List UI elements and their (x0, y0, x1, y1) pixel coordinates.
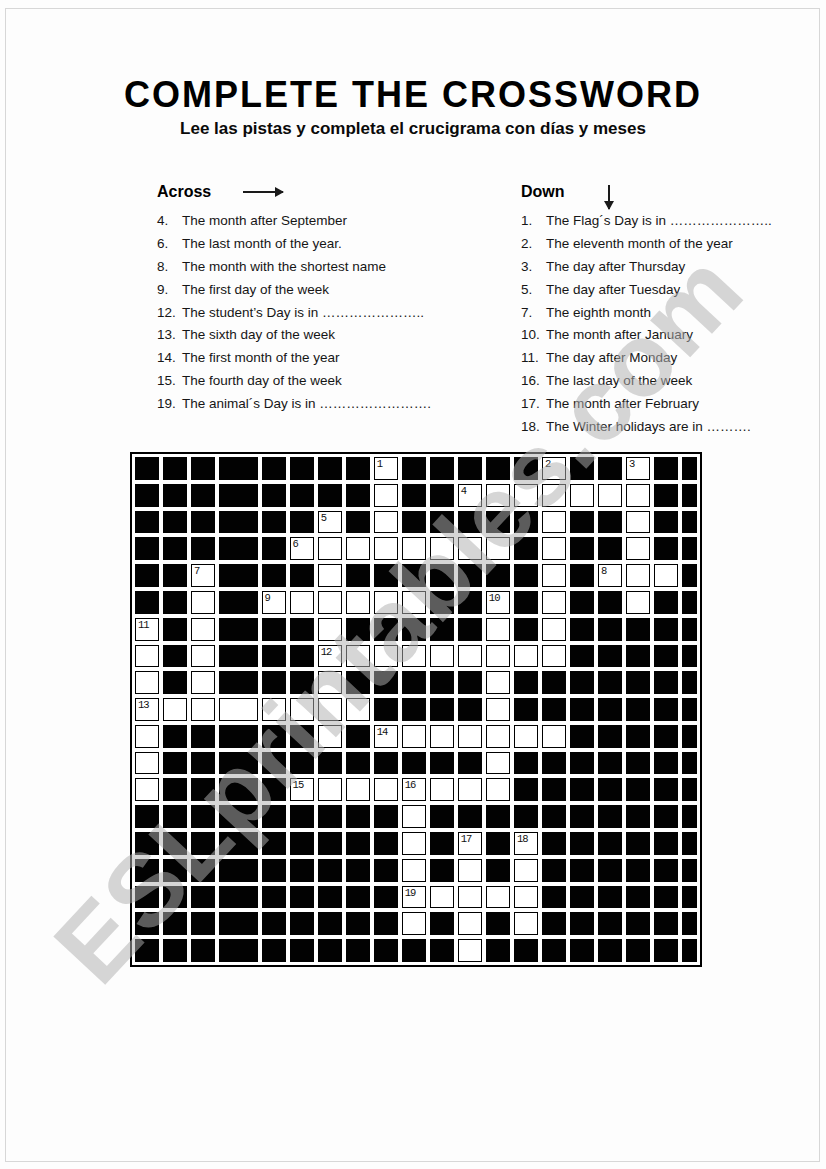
block-cell (682, 698, 697, 721)
block-cell (654, 805, 678, 828)
block-cell (430, 698, 454, 721)
block-cell (346, 484, 370, 507)
across-clue-item: 9.The first day of the week (157, 278, 487, 301)
block-cell (290, 671, 314, 694)
down-clue-item: 18.The Winter holidays are in ………. (521, 415, 816, 438)
block-cell (402, 484, 426, 507)
block-cell (135, 805, 159, 828)
clue-text: The month with the shortest name (182, 259, 386, 274)
block-cell (682, 511, 697, 534)
block-cell (262, 805, 286, 828)
cell-r6-c15[interactable] (542, 591, 566, 614)
cell-r8-c14[interactable] (514, 645, 538, 668)
block-cell (135, 484, 159, 507)
block-cell (374, 752, 398, 775)
block-cell (135, 537, 159, 560)
across-heading-row: Across (157, 181, 487, 203)
block-cell (514, 618, 538, 641)
clue-number: 17. (521, 396, 546, 411)
cell-r16-c12[interactable] (458, 859, 482, 882)
cell-r4-c11[interactable] (430, 537, 454, 560)
cell-r17-c10[interactable]: 19 (402, 886, 426, 909)
block-cell (626, 618, 650, 641)
clue-text: The day after Thursday (546, 259, 685, 274)
down-clue-item: 1.The Flag´s Day is in ………………….. (521, 209, 816, 232)
cell-r6-c9[interactable] (374, 591, 398, 614)
block-cell (163, 618, 187, 641)
block-cell (654, 511, 678, 534)
cell-r11-c11[interactable] (430, 725, 454, 748)
block-cell (570, 778, 594, 801)
block-cell (486, 805, 510, 828)
block-cell (598, 591, 622, 614)
block-cell (598, 725, 622, 748)
block-cell (430, 564, 454, 587)
block-cell (598, 912, 622, 935)
cell-r8-c8[interactable] (346, 645, 370, 668)
cell-r10-c7[interactable] (318, 698, 342, 721)
cell-number: 15 (293, 779, 304, 791)
clue-text: The month after September (182, 213, 347, 228)
cell-r3-c15[interactable] (542, 511, 566, 534)
block-cell (290, 805, 314, 828)
clue-number: 18. (521, 419, 546, 434)
down-clue-item: 2.The eleventh month of the year (521, 232, 816, 255)
cell-number: 8 (601, 565, 606, 577)
cell-number: 10 (489, 592, 500, 604)
block-cell (163, 859, 187, 882)
cell-r18-c14[interactable] (514, 912, 538, 935)
block-cell (191, 912, 215, 935)
cell-r11-c14[interactable] (514, 725, 538, 748)
cell-r2-c12[interactable]: 4 (458, 484, 482, 507)
across-clue-item: 12.The student’s Day is in ………………….. (157, 301, 487, 324)
block-cell (458, 564, 482, 587)
cell-r5-c3[interactable]: 7 (191, 564, 215, 587)
block-cell (514, 671, 538, 694)
block-cell (486, 457, 510, 480)
cell-r11-c12[interactable] (458, 725, 482, 748)
block-cell (682, 725, 697, 748)
cell-r10-c2[interactable] (163, 698, 187, 721)
clue-text: The sixth day of the week (182, 327, 335, 342)
block-cell (430, 484, 454, 507)
cell-r5-c19[interactable] (654, 564, 678, 587)
block-cell (290, 886, 314, 909)
block-cell (262, 511, 286, 534)
cell-r19-c12[interactable] (458, 939, 482, 962)
block-cell (514, 564, 538, 587)
block-cell (542, 886, 566, 909)
block-cell (598, 671, 622, 694)
cell-r2-c14[interactable] (514, 484, 538, 507)
block-cell (570, 752, 594, 775)
block-cell (318, 939, 342, 962)
block-cell (430, 912, 454, 935)
block-cell (542, 671, 566, 694)
block-cell (654, 859, 678, 882)
cell-r1-c18[interactable]: 3 (626, 457, 650, 480)
block-cell (318, 859, 342, 882)
block-cell (570, 725, 594, 748)
cell-r4-c12[interactable] (458, 537, 482, 560)
block-cell (163, 752, 187, 775)
block-cell (626, 698, 650, 721)
block-cell (163, 939, 187, 962)
block-cell (290, 484, 314, 507)
cell-r13-c12[interactable] (458, 778, 482, 801)
block-cell (570, 645, 594, 668)
clue-number: 12. (157, 305, 182, 320)
cell-r2-c13[interactable] (486, 484, 510, 507)
cell-r15-c10[interactable] (402, 832, 426, 855)
block-cell (598, 618, 622, 641)
cell-r10-c4[interactable] (219, 698, 257, 721)
clue-text: The last month of the year. (182, 236, 342, 251)
block-cell (626, 671, 650, 694)
block-cell (598, 752, 622, 775)
cell-r13-c6[interactable]: 15 (290, 778, 314, 801)
clue-text: The month after January (546, 327, 693, 342)
cell-r4-c18[interactable] (626, 537, 650, 560)
clue-text: The fourth day of the week (182, 373, 342, 388)
block-cell (598, 832, 622, 855)
cell-r2-c15[interactable] (542, 484, 566, 507)
cell-r1-c15[interactable]: 2 (542, 457, 566, 480)
block-cell (654, 537, 678, 560)
crossword-grid-frame: 12345678910111213141516171819 (130, 452, 702, 967)
cell-r18-c12[interactable] (458, 912, 482, 935)
block-cell (598, 886, 622, 909)
block-cell (430, 859, 454, 882)
block-cell (219, 912, 257, 935)
down-clue-item: 10.The month after January (521, 323, 816, 346)
cell-r10-c6[interactable] (290, 698, 314, 721)
cell-r17-c14[interactable] (514, 886, 538, 909)
clue-number: 10. (521, 327, 546, 342)
block-cell (430, 591, 454, 614)
clue-text: The last day of the week (546, 373, 692, 388)
cell-r7-c1[interactable]: 11 (135, 618, 159, 641)
block-cell (163, 564, 187, 587)
cell-number: 16 (405, 779, 416, 791)
clue-number: 19. (157, 396, 182, 411)
block-cell (402, 457, 426, 480)
block-cell (486, 832, 510, 855)
cell-r12-c13[interactable] (486, 752, 510, 775)
block-cell (135, 939, 159, 962)
clue-text: The eleventh month of the year (546, 236, 733, 251)
cell-r13-c7[interactable] (318, 778, 342, 801)
block-cell (374, 671, 398, 694)
block-cell (430, 832, 454, 855)
cell-r11-c10[interactable] (402, 725, 426, 748)
block-cell (458, 511, 482, 534)
block-cell (626, 725, 650, 748)
block-cell (346, 618, 370, 641)
cell-r15-c14[interactable]: 18 (514, 832, 538, 855)
cell-r8-c7[interactable]: 12 (318, 645, 342, 668)
block-cell (542, 805, 566, 828)
block-cell (570, 939, 594, 962)
cell-r8-c9[interactable] (374, 645, 398, 668)
clue-number: 7. (521, 305, 546, 320)
cell-r4-c6[interactable]: 6 (290, 537, 314, 560)
cell-r16-c14[interactable] (514, 859, 538, 882)
cell-r5-c15[interactable] (542, 564, 566, 587)
cell-r1-c9[interactable]: 1 (374, 457, 398, 480)
block-cell (219, 457, 257, 480)
cell-r6-c5[interactable]: 9 (262, 591, 286, 614)
block-cell (290, 618, 314, 641)
block-cell (262, 859, 286, 882)
cell-r8-c15[interactable] (542, 645, 566, 668)
block-cell (163, 886, 187, 909)
cell-r17-c12[interactable] (458, 886, 482, 909)
cell-r8-c1[interactable] (135, 645, 159, 668)
cell-r15-c12[interactable]: 17 (458, 832, 482, 855)
cell-r6-c8[interactable] (346, 591, 370, 614)
cell-r4-c7[interactable] (318, 537, 342, 560)
cell-r2-c16[interactable] (570, 484, 594, 507)
cell-r6-c13[interactable]: 10 (486, 591, 510, 614)
block-cell (346, 912, 370, 935)
cell-r13-c13[interactable] (486, 778, 510, 801)
cell-number: 2 (545, 458, 550, 470)
cell-r10-c3[interactable] (191, 698, 215, 721)
block-cell (135, 591, 159, 614)
block-cell (626, 752, 650, 775)
block-cell (486, 912, 510, 935)
cell-r8-c11[interactable] (430, 645, 454, 668)
cell-r17-c11[interactable] (430, 886, 454, 909)
cell-number: 12 (321, 646, 332, 658)
block-cell (626, 832, 650, 855)
cell-r6-c6[interactable] (290, 591, 314, 614)
cell-r11-c15[interactable] (542, 725, 566, 748)
cell-r13-c1[interactable] (135, 778, 159, 801)
block-cell (163, 805, 187, 828)
cell-r4-c15[interactable] (542, 537, 566, 560)
cell-r10-c1[interactable]: 13 (135, 698, 159, 721)
down-clue-list: 1.The Flag´s Day is in …………………..2.The el… (521, 209, 816, 438)
block-cell (598, 537, 622, 560)
block-cell (163, 537, 187, 560)
block-cell (374, 912, 398, 935)
cell-r8-c10[interactable] (402, 645, 426, 668)
cell-r10-c8[interactable] (346, 698, 370, 721)
block-cell (262, 618, 286, 641)
across-clue-item: 15.The fourth day of the week (157, 369, 487, 392)
clue-number: 6. (157, 236, 182, 251)
block-cell (163, 912, 187, 935)
block-cell (374, 805, 398, 828)
block-cell (458, 805, 482, 828)
block-cell (598, 698, 622, 721)
block-cell (262, 671, 286, 694)
cell-r9-c13[interactable] (486, 671, 510, 694)
cell-r7-c15[interactable] (542, 618, 566, 641)
block-cell (682, 537, 697, 560)
cell-r3-c7[interactable]: 5 (318, 511, 342, 534)
cell-r11-c13[interactable] (486, 725, 510, 748)
cell-r5-c18[interactable] (626, 564, 650, 587)
cell-r9-c7[interactable] (318, 671, 342, 694)
cell-r4-c8[interactable] (346, 537, 370, 560)
block-cell (262, 832, 286, 855)
cell-r4-c10[interactable] (402, 537, 426, 560)
cell-r4-c9[interactable] (374, 537, 398, 560)
cell-number: 17 (461, 833, 472, 845)
block-cell (542, 778, 566, 801)
clue-number: 11. (521, 350, 546, 365)
cell-r2-c17[interactable] (598, 484, 622, 507)
cell-r5-c7[interactable] (318, 564, 342, 587)
cell-number: 19 (405, 887, 416, 899)
block-cell (219, 671, 257, 694)
block-cell (163, 645, 187, 668)
block-cell (346, 805, 370, 828)
cell-r10-c13[interactable] (486, 698, 510, 721)
cell-r6-c3[interactable] (191, 591, 215, 614)
block-cell (654, 778, 678, 801)
cell-r11-c7[interactable] (318, 725, 342, 748)
block-cell (262, 564, 286, 587)
block-cell (402, 511, 426, 534)
block-cell (402, 939, 426, 962)
clue-number: 14. (157, 350, 182, 365)
cell-r11-c9[interactable]: 14 (374, 725, 398, 748)
cell-r18-c10[interactable] (402, 912, 426, 935)
block-cell (163, 457, 187, 480)
clue-number: 15. (157, 373, 182, 388)
block-cell (219, 725, 257, 748)
cell-r9-c3[interactable] (191, 671, 215, 694)
block-cell (318, 457, 342, 480)
block-cell (626, 886, 650, 909)
clue-number: 2. (521, 236, 546, 251)
cell-r3-c9[interactable] (374, 511, 398, 534)
cell-r13-c9[interactable] (374, 778, 398, 801)
cell-r8-c13[interactable] (486, 645, 510, 668)
block-cell (219, 939, 257, 962)
block-cell (598, 511, 622, 534)
clue-text: The Flag´s Day is in ………………….. (546, 213, 772, 228)
block-cell (514, 511, 538, 534)
block-cell (486, 564, 510, 587)
cell-r10-c5[interactable] (262, 698, 286, 721)
block-cell (191, 484, 215, 507)
cell-r6-c18[interactable] (626, 591, 650, 614)
down-clue-item: 7.The eighth month (521, 301, 816, 324)
worksheet-page: COMPLETE THE CROSSWORD Lee las pistas y … (0, 0, 826, 1169)
block-cell (654, 912, 678, 935)
cell-r6-c7[interactable] (318, 591, 342, 614)
cell-r13-c8[interactable] (346, 778, 370, 801)
block-cell (163, 778, 187, 801)
cell-r3-c18[interactable] (626, 511, 650, 534)
block-cell (262, 645, 286, 668)
block-cell (290, 564, 314, 587)
block-cell (570, 671, 594, 694)
block-cell (163, 591, 187, 614)
block-cell (191, 805, 215, 828)
cell-r4-c13[interactable] (486, 537, 510, 560)
block-cell (682, 591, 697, 614)
cell-number: 14 (377, 726, 388, 738)
cell-r13-c11[interactable] (430, 778, 454, 801)
block-cell (514, 778, 538, 801)
cell-r5-c17[interactable]: 8 (598, 564, 622, 587)
block-cell (514, 591, 538, 614)
block-cell (542, 698, 566, 721)
across-clue-item: 4.The month after September (157, 209, 487, 232)
cell-r8-c3[interactable] (191, 645, 215, 668)
cell-number: 1 (377, 458, 382, 470)
block-cell (163, 484, 187, 507)
block-cell (346, 832, 370, 855)
block-cell (402, 564, 426, 587)
block-cell (570, 591, 594, 614)
block-cell (346, 564, 370, 587)
cell-r14-c10[interactable] (402, 805, 426, 828)
cell-r13-c10[interactable]: 16 (402, 778, 426, 801)
cell-r6-c10[interactable] (402, 591, 426, 614)
block-cell (682, 457, 697, 480)
block-cell (135, 912, 159, 935)
block-cell (374, 886, 398, 909)
block-cell (191, 778, 215, 801)
cell-r9-c1[interactable] (135, 671, 159, 694)
block-cell (191, 886, 215, 909)
cell-number: 11 (138, 619, 149, 631)
block-cell (290, 511, 314, 534)
block-cell (163, 671, 187, 694)
cell-r2-c9[interactable] (374, 484, 398, 507)
block-cell (430, 618, 454, 641)
cell-r2-c18[interactable] (626, 484, 650, 507)
cell-r7-c3[interactable] (191, 618, 215, 641)
block-cell (191, 939, 215, 962)
block-cell (219, 564, 257, 587)
block-cell (570, 698, 594, 721)
down-clue-item: 3.The day after Thursday (521, 255, 816, 278)
block-cell (570, 511, 594, 534)
cell-r11-c1[interactable] (135, 725, 159, 748)
block-cell (514, 698, 538, 721)
cell-number: 7 (194, 565, 199, 577)
block-cell (430, 671, 454, 694)
clue-number: 1. (521, 213, 546, 228)
block-cell (430, 457, 454, 480)
cell-number: 18 (517, 833, 528, 845)
cell-r8-c12[interactable] (458, 645, 482, 668)
cell-r7-c13[interactable] (486, 618, 510, 641)
right-arrow-icon (243, 191, 283, 193)
block-cell (346, 859, 370, 882)
cell-r12-c1[interactable] (135, 752, 159, 775)
block-cell (318, 832, 342, 855)
cell-r16-c10[interactable] (402, 859, 426, 882)
block-cell (163, 832, 187, 855)
block-cell (654, 832, 678, 855)
cell-number: 9 (265, 592, 270, 604)
block-cell (318, 912, 342, 935)
block-cell (163, 511, 187, 534)
cell-r7-c7[interactable] (318, 618, 342, 641)
cell-r17-c13[interactable] (486, 886, 510, 909)
block-cell (682, 752, 697, 775)
